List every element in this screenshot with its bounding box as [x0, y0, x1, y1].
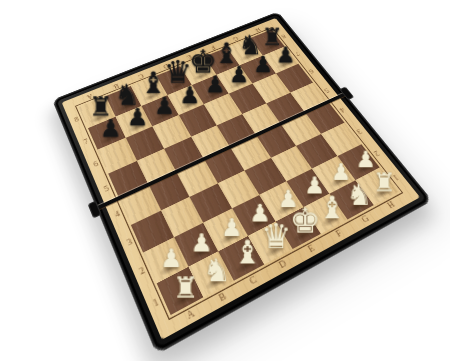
board-frame: ABCDEFGH ABCDEFGH 87654321 87654321 ♜♞♝♛… [52, 12, 432, 355]
board-margin: ABCDEFGH ABCDEFGH 87654321 87654321 ♜♞♝♛… [62, 18, 420, 340]
hinge-tab-right [339, 87, 354, 100]
hinge-tab-left [88, 200, 102, 218]
square-a7[interactable]: ♟ [88, 117, 126, 150]
chess-board: ABCDEFGH ABCDEFGH 87654321 87654321 ♜♞♝♛… [52, 12, 432, 355]
photo-background: ABCDEFGH ABCDEFGH 87654321 87654321 ♜♞♝♛… [0, 0, 450, 361]
square-e4[interactable] [230, 135, 270, 170]
black-pawn[interactable]: ♟ [86, 117, 135, 141]
white-rook[interactable]: ♜ [159, 274, 212, 303]
board-grid: ♜♞♝♛♚♝♞♜♟♟♟♟♟♟♟♟♟♟♟♟♟♟♟♟♜♞♝♛♚♝♞♜ [79, 30, 399, 315]
white-pawn[interactable]: ♟ [145, 246, 196, 272]
